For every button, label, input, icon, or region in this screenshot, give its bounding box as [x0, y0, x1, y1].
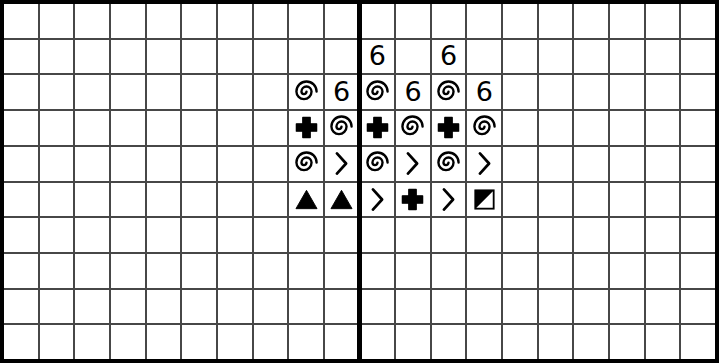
cell-r3-c11[interactable] [396, 111, 430, 145]
cell-r9-c18[interactable] [646, 325, 680, 359]
spiral-icon [290, 76, 323, 109]
cell-r6-c11[interactable] [396, 218, 430, 252]
cell-r1-c18[interactable] [646, 40, 680, 74]
cell-r2-c19[interactable] [681, 75, 715, 109]
cell-r7-c14[interactable] [503, 254, 537, 288]
cell-r4-c6[interactable] [218, 147, 252, 181]
cell-r5-c19[interactable] [681, 183, 715, 217]
cell-r9-c9[interactable] [325, 325, 359, 359]
cell-r3-c19[interactable] [681, 111, 715, 145]
cell-r3-c17[interactable] [610, 111, 644, 145]
cell-r3-c12[interactable] [432, 111, 466, 145]
cell-r1-c13[interactable] [467, 40, 501, 74]
cell-r0-c10[interactable] [361, 4, 395, 38]
chevron-right-icon [325, 147, 358, 180]
cell-r7-c4[interactable] [147, 254, 181, 288]
cell-r1-c16[interactable] [574, 40, 608, 74]
cell-r5-c6[interactable] [218, 183, 252, 217]
cell-r2-c5[interactable] [182, 75, 216, 109]
cell-r7-c0[interactable] [4, 254, 38, 288]
cell-r7-c5[interactable] [182, 254, 216, 288]
cell-r5-c13[interactable] [467, 183, 501, 217]
cell-r5-c17[interactable] [610, 183, 644, 217]
cell-r6-c4[interactable] [147, 218, 181, 252]
cell-r0-c2[interactable] [75, 4, 109, 38]
cell-r9-c6[interactable] [218, 325, 252, 359]
cell-r4-c8[interactable] [289, 147, 323, 181]
cell-r3-c13[interactable] [467, 111, 501, 145]
cross-icon [361, 111, 394, 144]
cell-r7-c11[interactable] [396, 254, 430, 288]
cell-r6-c14[interactable] [503, 218, 537, 252]
cell-r9-c0[interactable] [4, 325, 38, 359]
cell-r1-c10[interactable]: 6 [361, 40, 395, 74]
cell-r7-c6[interactable] [218, 254, 252, 288]
cell-r6-c3[interactable] [111, 218, 145, 252]
cell-r0-c11[interactable] [396, 4, 430, 38]
cell-r8-c15[interactable] [539, 290, 573, 324]
digit-6: 6 [476, 78, 493, 105]
cell-r7-c13[interactable] [467, 254, 501, 288]
cell-r2-c10[interactable] [361, 75, 395, 109]
cell-r8-c6[interactable] [218, 290, 252, 324]
cell-r6-c7[interactable] [254, 218, 288, 252]
cell-r4-c13[interactable] [467, 147, 501, 181]
cell-r3-c16[interactable] [574, 111, 608, 145]
cell-r5-c4[interactable] [147, 183, 181, 217]
cell-r5-c3[interactable] [111, 183, 145, 217]
spiral-icon [432, 76, 465, 109]
cell-r9-c10[interactable] [361, 325, 395, 359]
cell-r6-c6[interactable] [218, 218, 252, 252]
cell-r1-c8[interactable] [289, 40, 323, 74]
cell-r8-c12[interactable] [432, 290, 466, 324]
cell-r5-c16[interactable] [574, 183, 608, 217]
cell-r5-c0[interactable] [4, 183, 38, 217]
cell-r0-c15[interactable] [539, 4, 573, 38]
cell-r0-c6[interactable] [218, 4, 252, 38]
cell-r5-c2[interactable] [75, 183, 109, 217]
cell-r9-c7[interactable] [254, 325, 288, 359]
cell-r1-c15[interactable] [539, 40, 573, 74]
cell-r9-c5[interactable] [182, 325, 216, 359]
cell-r8-c17[interactable] [610, 290, 644, 324]
cell-r2-c16[interactable] [574, 75, 608, 109]
cell-r2-c2[interactable] [75, 75, 109, 109]
cell-r0-c8[interactable] [289, 4, 323, 38]
cell-r4-c11[interactable] [396, 147, 430, 181]
cell-r0-c12[interactable] [432, 4, 466, 38]
cell-r5-c5[interactable] [182, 183, 216, 217]
cell-r2-c18[interactable] [646, 75, 680, 109]
cell-r4-c12[interactable] [432, 147, 466, 181]
cell-r9-c1[interactable] [40, 325, 74, 359]
cell-r2-c7[interactable] [254, 75, 288, 109]
cell-r5-c18[interactable] [646, 183, 680, 217]
cell-r2-c15[interactable] [539, 75, 573, 109]
triangle-icon [325, 183, 358, 216]
cell-r6-c19[interactable] [681, 218, 715, 252]
cell-r0-c3[interactable] [111, 4, 145, 38]
cell-r7-c2[interactable] [75, 254, 109, 288]
cell-r4-c15[interactable] [539, 147, 573, 181]
spiral-icon [396, 111, 429, 144]
chevron-right-icon [468, 147, 501, 180]
digit-6: 6 [440, 42, 457, 69]
cell-r1-c2[interactable] [75, 40, 109, 74]
cell-r6-c10[interactable] [361, 218, 395, 252]
cell-r8-c2[interactable] [75, 290, 109, 324]
cell-r9-c2[interactable] [75, 325, 109, 359]
cell-r4-c7[interactable] [254, 147, 288, 181]
cell-r0-c13[interactable] [467, 4, 501, 38]
triangle-icon [290, 183, 323, 216]
spiral-icon [468, 111, 501, 144]
cell-r3-c8[interactable] [289, 111, 323, 145]
cell-r8-c9[interactable] [325, 290, 359, 324]
cell-r5-c12[interactable] [432, 183, 466, 217]
cell-r6-c18[interactable] [646, 218, 680, 252]
cell-r7-c10[interactable] [361, 254, 395, 288]
cell-r3-c9[interactable] [325, 111, 359, 145]
cell-r2-c17[interactable] [610, 75, 644, 109]
cell-r4-c2[interactable] [75, 147, 109, 181]
cell-r8-c7[interactable] [254, 290, 288, 324]
digit-6: 6 [404, 78, 421, 105]
cell-r5-c10[interactable] [361, 183, 395, 217]
cell-r7-c17[interactable] [610, 254, 644, 288]
cell-r2-c9[interactable]: 6 [325, 75, 359, 109]
cell-r8-c11[interactable] [396, 290, 430, 324]
cell-r0-c9[interactable] [325, 4, 359, 38]
cell-r9-c13[interactable] [467, 325, 501, 359]
cell-r1-c9[interactable] [325, 40, 359, 74]
cell-r7-c19[interactable] [681, 254, 715, 288]
cell-r1-c1[interactable] [40, 40, 74, 74]
cell-r4-c18[interactable] [646, 147, 680, 181]
half-square-icon [468, 183, 501, 216]
cross-icon [290, 111, 323, 144]
cell-r4-c10[interactable] [361, 147, 395, 181]
cell-r9-c15[interactable] [539, 325, 573, 359]
cell-r7-c9[interactable] [325, 254, 359, 288]
cell-r6-c5[interactable] [182, 218, 216, 252]
cell-r4-c14[interactable] [503, 147, 537, 181]
cell-r7-c18[interactable] [646, 254, 680, 288]
cross-icon [396, 183, 429, 216]
cell-r5-c8[interactable] [289, 183, 323, 217]
spiral-icon [361, 147, 394, 180]
cell-r3-c1[interactable] [40, 111, 74, 145]
puzzle-board: 66666 [0, 0, 719, 363]
cell-r6-c15[interactable] [539, 218, 573, 252]
cell-r9-c12[interactable] [432, 325, 466, 359]
cell-r8-c13[interactable] [467, 290, 501, 324]
cell-r3-c14[interactable] [503, 111, 537, 145]
cell-r8-c4[interactable] [147, 290, 181, 324]
cell-r9-c3[interactable] [111, 325, 145, 359]
cell-r2-c14[interactable] [503, 75, 537, 109]
cell-r1-c17[interactable] [610, 40, 644, 74]
cell-r7-c12[interactable] [432, 254, 466, 288]
cell-r4-c1[interactable] [40, 147, 74, 181]
cell-r6-c1[interactable] [40, 218, 74, 252]
cell-r7-c7[interactable] [254, 254, 288, 288]
cell-r6-c0[interactable] [4, 218, 38, 252]
cell-r3-c5[interactable] [182, 111, 216, 145]
cell-r9-c19[interactable] [681, 325, 715, 359]
cell-r2-c13[interactable]: 6 [467, 75, 501, 109]
cell-r4-c16[interactable] [574, 147, 608, 181]
cross-icon [432, 111, 465, 144]
cell-r8-c5[interactable] [182, 290, 216, 324]
cell-r0-c1[interactable] [40, 4, 74, 38]
cell-r9-c8[interactable] [289, 325, 323, 359]
cell-r7-c8[interactable] [289, 254, 323, 288]
cell-r2-c12[interactable] [432, 75, 466, 109]
cell-r6-c16[interactable] [574, 218, 608, 252]
cell-r6-c8[interactable] [289, 218, 323, 252]
cell-r2-c3[interactable] [111, 75, 145, 109]
spiral-icon [361, 76, 394, 109]
cell-r2-c4[interactable] [147, 75, 181, 109]
cell-r7-c16[interactable] [574, 254, 608, 288]
cell-r3-c15[interactable] [539, 111, 573, 145]
cell-r3-c0[interactable] [4, 111, 38, 145]
cell-r5-c9[interactable] [325, 183, 359, 217]
spiral-icon [290, 147, 323, 180]
cell-r2-c6[interactable] [218, 75, 252, 109]
cell-r4-c4[interactable] [147, 147, 181, 181]
cell-r3-c6[interactable] [218, 111, 252, 145]
cell-r8-c0[interactable] [4, 290, 38, 324]
chevron-right-icon [432, 183, 465, 216]
cell-r0-c19[interactable] [681, 4, 715, 38]
chevron-right-icon [396, 147, 429, 180]
cell-r9-c11[interactable] [396, 325, 430, 359]
cell-r4-c5[interactable] [182, 147, 216, 181]
cell-r1-c12[interactable]: 6 [432, 40, 466, 74]
cell-r7-c3[interactable] [111, 254, 145, 288]
cell-r9-c17[interactable] [610, 325, 644, 359]
cell-r7-c15[interactable] [539, 254, 573, 288]
cell-r0-c5[interactable] [182, 4, 216, 38]
cell-r4-c19[interactable] [681, 147, 715, 181]
cell-r0-c16[interactable] [574, 4, 608, 38]
cell-r0-c7[interactable] [254, 4, 288, 38]
cell-r8-c14[interactable] [503, 290, 537, 324]
cell-r4-c3[interactable] [111, 147, 145, 181]
cell-r3-c4[interactable] [147, 111, 181, 145]
cell-r3-c18[interactable] [646, 111, 680, 145]
cell-r2-c1[interactable] [40, 75, 74, 109]
cell-r6-c17[interactable] [610, 218, 644, 252]
cell-r1-c11[interactable] [396, 40, 430, 74]
cell-r3-c3[interactable] [111, 111, 145, 145]
spiral-icon [325, 111, 358, 144]
cell-r5-c7[interactable] [254, 183, 288, 217]
cell-r5-c11[interactable] [396, 183, 430, 217]
cell-r1-c7[interactable] [254, 40, 288, 74]
cell-r1-c4[interactable] [147, 40, 181, 74]
cell-r7-c1[interactable] [40, 254, 74, 288]
cell-r1-c3[interactable] [111, 40, 145, 74]
cell-r4-c0[interactable] [4, 147, 38, 181]
chevron-right-icon [361, 183, 394, 216]
cell-r5-c15[interactable] [539, 183, 573, 217]
cell-r0-c17[interactable] [610, 4, 644, 38]
cell-r3-c10[interactable] [361, 111, 395, 145]
cell-r4-c9[interactable] [325, 147, 359, 181]
cell-r5-c14[interactable] [503, 183, 537, 217]
cell-r8-c19[interactable] [681, 290, 715, 324]
cell-r1-c14[interactable] [503, 40, 537, 74]
cell-r0-c4[interactable] [147, 4, 181, 38]
digit-6: 6 [369, 42, 386, 69]
cell-r6-c2[interactable] [75, 218, 109, 252]
cell-r2-c8[interactable] [289, 75, 323, 109]
cell-r9-c16[interactable] [574, 325, 608, 359]
cell-r8-c10[interactable] [361, 290, 395, 324]
digit-6: 6 [333, 78, 350, 105]
cell-r2-c11[interactable]: 6 [396, 75, 430, 109]
cell-r8-c3[interactable] [111, 290, 145, 324]
spiral-icon [432, 147, 465, 180]
cell-r3-c2[interactable] [75, 111, 109, 145]
cell-r0-c0[interactable] [4, 4, 38, 38]
cell-r9-c4[interactable] [147, 325, 181, 359]
cell-r1-c6[interactable] [218, 40, 252, 74]
cell-r1-c5[interactable] [182, 40, 216, 74]
cell-r9-c14[interactable] [503, 325, 537, 359]
cell-r8-c18[interactable] [646, 290, 680, 324]
cell-r6-c12[interactable] [432, 218, 466, 252]
cell-r6-c9[interactable] [325, 218, 359, 252]
cell-r0-c18[interactable] [646, 4, 680, 38]
cell-r8-c1[interactable] [40, 290, 74, 324]
cell-r2-c0[interactable] [4, 75, 38, 109]
cell-r0-c14[interactable] [503, 4, 537, 38]
cell-r5-c1[interactable] [40, 183, 74, 217]
cell-r4-c17[interactable] [610, 147, 644, 181]
cell-r3-c7[interactable] [254, 111, 288, 145]
cell-r1-c0[interactable] [4, 40, 38, 74]
cell-r8-c8[interactable] [289, 290, 323, 324]
cell-r8-c16[interactable] [574, 290, 608, 324]
cell-r6-c13[interactable] [467, 218, 501, 252]
cell-r1-c19[interactable] [681, 40, 715, 74]
